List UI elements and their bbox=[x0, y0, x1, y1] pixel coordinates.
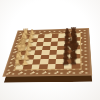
square-h8: ♜ bbox=[72, 63, 80, 68]
square-h2: ♟ bbox=[23, 64, 32, 69]
piece-black-rook: ♜ bbox=[60, 55, 87, 67]
board-grid: ♜♞♝♛♚♝♞♜♟♟♟♟♟♟♟♟♟♟♟♟♟♟♟♟♜♞♝♛♚♝♞♜ bbox=[14, 33, 82, 71]
chess-set-photo: ♜♞♝♛♚♝♞♜♟♟♟♟♟♟♟♟♟♟♟♟♟♟♟♟♜♞♝♛♚♝♞♜ bbox=[0, 0, 100, 100]
chess-board: ♜♞♝♛♚♝♞♜♟♟♟♟♟♟♟♟♟♟♟♟♟♟♟♟♜♞♝♛♚♝♞♜ bbox=[2, 28, 92, 77]
square-h4 bbox=[39, 64, 48, 69]
board-frame: ♜♞♝♛♚♝♞♜♟♟♟♟♟♟♟♟♟♟♟♟♟♟♟♟♜♞♝♛♚♝♞♜ bbox=[2, 28, 92, 77]
camera-tilt-wrapper: ♜♞♝♛♚♝♞♜♟♟♟♟♟♟♟♟♟♟♟♟♟♟♟♟♜♞♝♛♚♝♞♜ bbox=[0, 0, 100, 100]
